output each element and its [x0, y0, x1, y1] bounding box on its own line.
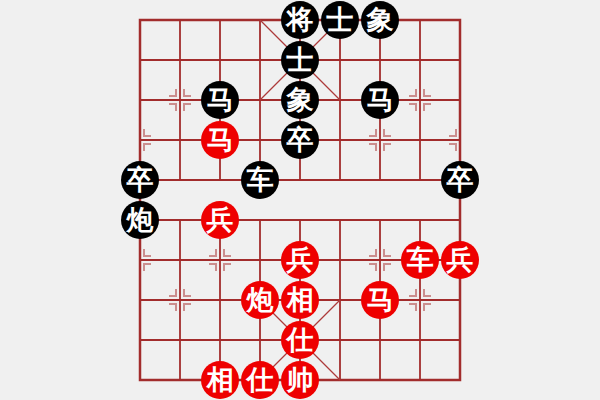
piece-black-soldier[interactable]: 卒: [121, 161, 159, 199]
piece-black-general[interactable]: 将: [281, 1, 319, 39]
piece-red-horse[interactable]: 马: [201, 121, 239, 159]
piece-black-advisor[interactable]: 士: [321, 1, 359, 39]
piece-red-advisor[interactable]: 仕: [241, 361, 279, 399]
piece-red-soldier[interactable]: 兵: [441, 241, 479, 279]
piece-black-elephant[interactable]: 象: [281, 81, 319, 119]
piece-red-elephant[interactable]: 相: [281, 281, 319, 319]
piece-red-cannon[interactable]: 炮: [241, 281, 279, 319]
piece-black-horse[interactable]: 马: [201, 81, 239, 119]
piece-red-elephant[interactable]: 相: [201, 361, 239, 399]
piece-red-chariot[interactable]: 车: [401, 241, 439, 279]
piece-black-soldier[interactable]: 卒: [441, 161, 479, 199]
xiangqi-app: 将士象士马象马马卒卒车卒炮兵兵车兵炮相马仕相仕帅: [0, 0, 600, 400]
piece-red-king[interactable]: 帅: [281, 361, 319, 399]
piece-red-advisor[interactable]: 仕: [281, 321, 319, 359]
piece-layer: 将士象士马象马马卒卒车卒炮兵兵车兵炮相马仕相仕帅: [120, 0, 480, 400]
piece-red-horse[interactable]: 马: [361, 281, 399, 319]
piece-black-cannon[interactable]: 炮: [121, 201, 159, 239]
piece-black-advisor[interactable]: 士: [281, 41, 319, 79]
piece-black-horse[interactable]: 马: [361, 81, 399, 119]
piece-black-soldier[interactable]: 卒: [281, 121, 319, 159]
piece-black-elephant[interactable]: 象: [361, 1, 399, 39]
piece-black-chariot[interactable]: 车: [241, 161, 279, 199]
piece-red-soldier[interactable]: 兵: [201, 201, 239, 239]
piece-red-soldier[interactable]: 兵: [281, 241, 319, 279]
